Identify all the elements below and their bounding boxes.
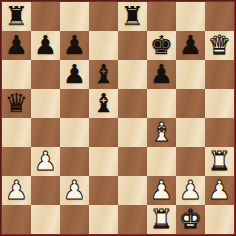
piece-white-pawn[interactable]: ♟ — [208, 176, 231, 205]
square-e3[interactable] — [118, 147, 147, 176]
square-b7[interactable]: ♟ — [31, 31, 60, 60]
square-c8[interactable] — [60, 2, 89, 31]
piece-white-bishop[interactable]: ♝ — [150, 118, 173, 147]
square-c1[interactable] — [60, 205, 89, 234]
square-e6[interactable] — [118, 60, 147, 89]
square-e7[interactable] — [118, 31, 147, 60]
square-f1[interactable]: ♜ — [147, 205, 176, 234]
square-d6[interactable]: ♝ — [89, 60, 118, 89]
square-a7[interactable]: ♟ — [2, 31, 31, 60]
piece-white-rook[interactable]: ♜ — [150, 205, 173, 234]
square-d4[interactable] — [89, 118, 118, 147]
square-e8[interactable]: ♜ — [118, 2, 147, 31]
piece-black-pawn[interactable]: ♟ — [34, 31, 57, 60]
piece-black-pawn[interactable]: ♟ — [5, 31, 28, 60]
square-a8[interactable]: ♜ — [2, 2, 31, 31]
square-b6[interactable] — [31, 60, 60, 89]
square-c5[interactable] — [60, 89, 89, 118]
square-e2[interactable] — [118, 176, 147, 205]
square-h5[interactable] — [205, 89, 234, 118]
square-f7[interactable]: ♚ — [147, 31, 176, 60]
square-b4[interactable] — [31, 118, 60, 147]
square-e5[interactable] — [118, 89, 147, 118]
square-h8[interactable] — [205, 2, 234, 31]
square-b1[interactable] — [31, 205, 60, 234]
piece-white-rook[interactable]: ♜ — [208, 147, 231, 176]
square-g3[interactable] — [176, 147, 205, 176]
square-d1[interactable] — [89, 205, 118, 234]
square-g7[interactable]: ♟ — [176, 31, 205, 60]
piece-black-bishop[interactable]: ♝ — [92, 60, 115, 89]
square-h6[interactable] — [205, 60, 234, 89]
square-e4[interactable] — [118, 118, 147, 147]
square-a4[interactable] — [2, 118, 31, 147]
piece-black-king[interactable]: ♚ — [150, 31, 173, 60]
square-h4[interactable] — [205, 118, 234, 147]
square-a5[interactable]: ♛ — [2, 89, 31, 118]
piece-white-queen[interactable]: ♛ — [208, 31, 231, 60]
square-a6[interactable] — [2, 60, 31, 89]
piece-black-pawn[interactable]: ♟ — [179, 31, 202, 60]
piece-black-rook[interactable]: ♜ — [5, 2, 28, 31]
square-d3[interactable] — [89, 147, 118, 176]
square-c6[interactable]: ♟ — [60, 60, 89, 89]
piece-white-pawn[interactable]: ♟ — [5, 176, 28, 205]
square-d2[interactable] — [89, 176, 118, 205]
square-f8[interactable] — [147, 2, 176, 31]
piece-white-pawn[interactable]: ♟ — [63, 176, 86, 205]
square-b2[interactable] — [31, 176, 60, 205]
piece-black-rook[interactable]: ♜ — [121, 2, 144, 31]
piece-black-queen[interactable]: ♛ — [5, 89, 28, 118]
square-g6[interactable] — [176, 60, 205, 89]
square-f5[interactable] — [147, 89, 176, 118]
square-b5[interactable] — [31, 89, 60, 118]
piece-black-pawn[interactable]: ♟ — [63, 60, 86, 89]
square-c2[interactable]: ♟ — [60, 176, 89, 205]
square-a2[interactable]: ♟ — [2, 176, 31, 205]
piece-white-pawn[interactable]: ♟ — [34, 147, 57, 176]
square-c3[interactable] — [60, 147, 89, 176]
board-frame: ♜♜♟♟♟♚♟♛♟♝♟♛♝♝♟♜♟♟♟♟♟♜♚ — [0, 0, 236, 236]
square-e1[interactable] — [118, 205, 147, 234]
square-d7[interactable] — [89, 31, 118, 60]
piece-black-pawn[interactable]: ♟ — [150, 60, 173, 89]
square-g8[interactable] — [176, 2, 205, 31]
square-h7[interactable]: ♛ — [205, 31, 234, 60]
square-f3[interactable] — [147, 147, 176, 176]
square-a3[interactable] — [2, 147, 31, 176]
square-g2[interactable]: ♟ — [176, 176, 205, 205]
piece-black-bishop[interactable]: ♝ — [92, 89, 115, 118]
piece-black-pawn[interactable]: ♟ — [63, 31, 86, 60]
square-g1[interactable]: ♚ — [176, 205, 205, 234]
piece-white-king[interactable]: ♚ — [179, 205, 202, 234]
square-g4[interactable] — [176, 118, 205, 147]
square-f6[interactable]: ♟ — [147, 60, 176, 89]
square-h1[interactable] — [205, 205, 234, 234]
square-b8[interactable] — [31, 2, 60, 31]
square-d8[interactable] — [89, 2, 118, 31]
square-c4[interactable] — [60, 118, 89, 147]
piece-white-pawn[interactable]: ♟ — [150, 176, 173, 205]
square-d5[interactable]: ♝ — [89, 89, 118, 118]
square-f4[interactable]: ♝ — [147, 118, 176, 147]
square-g5[interactable] — [176, 89, 205, 118]
square-c7[interactable]: ♟ — [60, 31, 89, 60]
square-b3[interactable]: ♟ — [31, 147, 60, 176]
square-h2[interactable]: ♟ — [205, 176, 234, 205]
square-f2[interactable]: ♟ — [147, 176, 176, 205]
piece-white-pawn[interactable]: ♟ — [179, 176, 202, 205]
chess-board: ♜♜♟♟♟♚♟♛♟♝♟♛♝♝♟♜♟♟♟♟♟♜♚ — [2, 2, 234, 234]
square-h3[interactable]: ♜ — [205, 147, 234, 176]
square-a1[interactable] — [2, 205, 31, 234]
